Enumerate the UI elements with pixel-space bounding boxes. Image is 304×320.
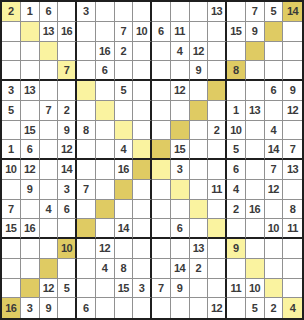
cell-r12c7[interactable]: 14 — [115, 219, 134, 239]
cell-r1c10[interactable] — [171, 2, 190, 22]
cell-r5c5[interactable] — [77, 81, 96, 101]
cell-r15c16[interactable] — [283, 279, 302, 299]
cell-r16c10[interactable] — [171, 298, 190, 318]
cell-r11c7[interactable] — [115, 200, 134, 220]
cell-r3c10[interactable]: 4 — [171, 42, 190, 62]
cell-r3c3[interactable] — [40, 42, 59, 62]
cell-r3c11[interactable]: 12 — [190, 42, 209, 62]
cell-r5c10[interactable]: 12 — [171, 81, 190, 101]
cell-r14c3[interactable] — [40, 259, 59, 279]
cell-r9c7[interactable]: 16 — [115, 160, 134, 180]
cell-r13c11[interactable]: 13 — [190, 239, 209, 259]
cell-r4c10[interactable] — [171, 61, 190, 81]
cell-r6c10[interactable] — [171, 101, 190, 121]
cell-r3c14[interactable] — [246, 42, 265, 62]
cell-r9c6[interactable] — [96, 160, 115, 180]
cell-r3c4[interactable] — [58, 42, 77, 62]
cell-r6c15[interactable] — [265, 101, 284, 121]
cell-r1c1[interactable]: 2 — [2, 2, 21, 22]
cell-r3c5[interactable] — [77, 42, 96, 62]
cell-r15c6[interactable] — [96, 279, 115, 299]
cell-r10c12[interactable]: 11 — [208, 180, 227, 200]
cell-r10c5[interactable]: 7 — [77, 180, 96, 200]
cell-r14c1[interactable] — [2, 259, 21, 279]
cell-r1c5[interactable]: 3 — [77, 2, 96, 22]
cell-r9c14[interactable] — [246, 160, 265, 180]
cell-r9c4[interactable]: 14 — [58, 160, 77, 180]
cell-r14c8[interactable] — [133, 259, 152, 279]
cell-r6c5[interactable] — [77, 101, 96, 121]
cell-r15c3[interactable]: 12 — [40, 279, 59, 299]
cell-r7c1[interactable] — [2, 121, 21, 141]
cell-r2c4[interactable]: 16 — [58, 22, 77, 42]
cell-r10c3[interactable] — [40, 180, 59, 200]
cell-r12c15[interactable]: 10 — [265, 219, 284, 239]
cell-r9c2[interactable]: 12 — [21, 160, 40, 180]
cell-r11c2[interactable] — [21, 200, 40, 220]
cell-r16c16[interactable]: 4 — [283, 298, 302, 318]
cell-r12c16[interactable]: 11 — [283, 219, 302, 239]
cell-r8c16[interactable]: 7 — [283, 140, 302, 160]
cell-r7c5[interactable]: 8 — [77, 121, 96, 141]
cell-r5c2[interactable]: 13 — [21, 81, 40, 101]
cell-r1c9[interactable] — [152, 2, 171, 22]
cell-r13c9[interactable] — [152, 239, 171, 259]
cell-r2c1[interactable] — [2, 22, 21, 42]
cell-r9c3[interactable] — [40, 160, 59, 180]
cell-r3c1[interactable] — [2, 42, 21, 62]
cell-r14c16[interactable] — [283, 259, 302, 279]
sudoku-board: 2163137514131671061115916241276983135126… — [0, 0, 304, 320]
cell-r2c10[interactable]: 11 — [171, 22, 190, 42]
cell-r14c13[interactable] — [227, 259, 246, 279]
cell-r4c5[interactable] — [77, 61, 96, 81]
cell-r12c9[interactable] — [152, 219, 171, 239]
cell-r16c7[interactable] — [115, 298, 134, 318]
cell-r8c5[interactable] — [77, 140, 96, 160]
cell-r2c11[interactable] — [190, 22, 209, 42]
cell-r4c6[interactable]: 6 — [96, 61, 115, 81]
cell-r11c6[interactable] — [96, 200, 115, 220]
cell-r11c15[interactable] — [265, 200, 284, 220]
cell-r6c13[interactable]: 1 — [227, 101, 246, 121]
cell-r16c13[interactable] — [227, 298, 246, 318]
cell-r5c4[interactable] — [58, 81, 77, 101]
cell-r6c9[interactable] — [152, 101, 171, 121]
cell-r2c5[interactable] — [77, 22, 96, 42]
cell-r5c8[interactable] — [133, 81, 152, 101]
cell-r14c7[interactable]: 8 — [115, 259, 134, 279]
cell-r4c13[interactable]: 8 — [227, 61, 246, 81]
cell-r5c1[interactable]: 3 — [2, 81, 21, 101]
cell-r11c1[interactable]: 7 — [2, 200, 21, 220]
cell-r16c14[interactable]: 5 — [246, 298, 265, 318]
cell-r8c4[interactable]: 12 — [58, 140, 77, 160]
cell-r5c9[interactable] — [152, 81, 171, 101]
cell-r4c12[interactable] — [208, 61, 227, 81]
cell-r16c9[interactable] — [152, 298, 171, 318]
cell-r15c2[interactable] — [21, 279, 40, 299]
cell-r12c11[interactable] — [190, 219, 209, 239]
cell-r3c2[interactable] — [21, 42, 40, 62]
cell-r4c14[interactable] — [246, 61, 265, 81]
cell-r12c5[interactable] — [77, 219, 96, 239]
cell-r11c13[interactable]: 2 — [227, 200, 246, 220]
cell-r6c11[interactable] — [190, 101, 209, 121]
cell-r16c11[interactable] — [190, 298, 209, 318]
cell-r9c11[interactable] — [190, 160, 209, 180]
cell-r8c15[interactable]: 14 — [265, 140, 284, 160]
cell-r3c15[interactable] — [265, 42, 284, 62]
cell-r16c12[interactable]: 12 — [208, 298, 227, 318]
cell-r8c1[interactable]: 1 — [2, 140, 21, 160]
cell-r15c14[interactable]: 10 — [246, 279, 265, 299]
cell-r16c4[interactable] — [58, 298, 77, 318]
cell-r9c16[interactable]: 13 — [283, 160, 302, 180]
cell-r4c11[interactable]: 9 — [190, 61, 209, 81]
cell-r4c2[interactable] — [21, 61, 40, 81]
cell-r11c11[interactable] — [190, 200, 209, 220]
cell-r10c4[interactable]: 3 — [58, 180, 77, 200]
cell-r13c7[interactable] — [115, 239, 134, 259]
cell-r13c6[interactable]: 12 — [96, 239, 115, 259]
cell-r14c2[interactable] — [21, 259, 40, 279]
cell-r6c7[interactable] — [115, 101, 134, 121]
cell-r13c13[interactable]: 9 — [227, 239, 246, 259]
cell-r1c13[interactable] — [227, 2, 246, 22]
cell-r11c10[interactable] — [171, 200, 190, 220]
cell-r2c12[interactable] — [208, 22, 227, 42]
cell-r13c4[interactable]: 10 — [58, 239, 77, 259]
cell-r3c13[interactable] — [227, 42, 246, 62]
cell-r8c6[interactable] — [96, 140, 115, 160]
cell-r10c6[interactable] — [96, 180, 115, 200]
cell-r16c2[interactable]: 3 — [21, 298, 40, 318]
cell-r15c1[interactable] — [2, 279, 21, 299]
cell-r11c14[interactable]: 16 — [246, 200, 265, 220]
cell-r15c15[interactable] — [265, 279, 284, 299]
cell-r14c6[interactable]: 4 — [96, 259, 115, 279]
cell-r15c12[interactable] — [208, 279, 227, 299]
cell-r12c4[interactable] — [58, 219, 77, 239]
cell-r11c4[interactable]: 6 — [58, 200, 77, 220]
cell-r7c16[interactable] — [283, 121, 302, 141]
cell-r7c2[interactable]: 15 — [21, 121, 40, 141]
cell-r15c13[interactable]: 11 — [227, 279, 246, 299]
cell-r9c13[interactable]: 6 — [227, 160, 246, 180]
cell-r12c10[interactable]: 6 — [171, 219, 190, 239]
cell-r6c14[interactable]: 13 — [246, 101, 265, 121]
cell-r5c12[interactable] — [208, 81, 227, 101]
cell-r14c14[interactable] — [246, 259, 265, 279]
cell-r14c15[interactable] — [265, 259, 284, 279]
cell-r16c3[interactable]: 9 — [40, 298, 59, 318]
cell-r1c6[interactable] — [96, 2, 115, 22]
cell-r1c3[interactable]: 6 — [40, 2, 59, 22]
cell-r8c10[interactable]: 15 — [171, 140, 190, 160]
cell-r2c6[interactable] — [96, 22, 115, 42]
cell-r11c8[interactable] — [133, 200, 152, 220]
cell-r4c15[interactable] — [265, 61, 284, 81]
cell-r8c12[interactable] — [208, 140, 227, 160]
cell-r11c5[interactable] — [77, 200, 96, 220]
cell-r16c8[interactable] — [133, 298, 152, 318]
cell-r8c14[interactable] — [246, 140, 265, 160]
cell-r2c8[interactable]: 10 — [133, 22, 152, 42]
cell-r7c8[interactable] — [133, 121, 152, 141]
cell-r15c5[interactable] — [77, 279, 96, 299]
cell-r3c16[interactable] — [283, 42, 302, 62]
cell-r14c4[interactable] — [58, 259, 77, 279]
cell-r10c9[interactable] — [152, 180, 171, 200]
cell-r16c6[interactable] — [96, 298, 115, 318]
cell-r14c5[interactable] — [77, 259, 96, 279]
cell-r3c8[interactable] — [133, 42, 152, 62]
cell-r1c7[interactable] — [115, 2, 134, 22]
cell-r5c13[interactable] — [227, 81, 246, 101]
cell-r5c3[interactable] — [40, 81, 59, 101]
cell-r3c9[interactable] — [152, 42, 171, 62]
cell-r10c13[interactable]: 4 — [227, 180, 246, 200]
cell-r10c16[interactable] — [283, 180, 302, 200]
cell-r2c7[interactable]: 7 — [115, 22, 134, 42]
cell-r5c14[interactable] — [246, 81, 265, 101]
cell-r8c8[interactable] — [133, 140, 152, 160]
cell-r13c2[interactable] — [21, 239, 40, 259]
cell-r12c3[interactable] — [40, 219, 59, 239]
cell-r8c7[interactable]: 4 — [115, 140, 134, 160]
cell-r13c15[interactable] — [265, 239, 284, 259]
cell-r9c10[interactable]: 3 — [171, 160, 190, 180]
cell-r4c1[interactable] — [2, 61, 21, 81]
cell-r15c4[interactable]: 5 — [58, 279, 77, 299]
cell-r2c16[interactable] — [283, 22, 302, 42]
cell-r6c3[interactable]: 7 — [40, 101, 59, 121]
cell-r9c5[interactable] — [77, 160, 96, 180]
cell-r14c9[interactable] — [152, 259, 171, 279]
cell-r12c6[interactable] — [96, 219, 115, 239]
cell-r7c14[interactable] — [246, 121, 265, 141]
cell-r2c2[interactable] — [21, 22, 40, 42]
cell-r6c8[interactable] — [133, 101, 152, 121]
cell-r15c8[interactable]: 3 — [133, 279, 152, 299]
cell-r13c5[interactable] — [77, 239, 96, 259]
cell-r1c2[interactable]: 1 — [21, 2, 40, 22]
cell-r13c8[interactable] — [133, 239, 152, 259]
cell-r10c8[interactable] — [133, 180, 152, 200]
cell-r15c10[interactable]: 9 — [171, 279, 190, 299]
cell-r14c12[interactable] — [208, 259, 227, 279]
cell-r10c10[interactable] — [171, 180, 190, 200]
cell-r10c2[interactable]: 9 — [21, 180, 40, 200]
cell-r7c3[interactable] — [40, 121, 59, 141]
cell-r6c6[interactable] — [96, 101, 115, 121]
cell-r15c9[interactable]: 7 — [152, 279, 171, 299]
cell-r7c6[interactable] — [96, 121, 115, 141]
cell-r6c12[interactable] — [208, 101, 227, 121]
cell-r4c4[interactable]: 7 — [58, 61, 77, 81]
cell-r2c13[interactable]: 15 — [227, 22, 246, 42]
cell-r11c16[interactable]: 8 — [283, 200, 302, 220]
cell-r6c16[interactable]: 12 — [283, 101, 302, 121]
cell-r14c10[interactable]: 14 — [171, 259, 190, 279]
cell-r7c9[interactable] — [152, 121, 171, 141]
cell-r4c9[interactable] — [152, 61, 171, 81]
cell-r7c11[interactable] — [190, 121, 209, 141]
cell-r2c15[interactable] — [265, 22, 284, 42]
cell-r9c15[interactable]: 7 — [265, 160, 284, 180]
cell-r16c15[interactable]: 2 — [265, 298, 284, 318]
cell-r2c14[interactable]: 9 — [246, 22, 265, 42]
cell-r9c9[interactable] — [152, 160, 171, 180]
cell-r12c13[interactable] — [227, 219, 246, 239]
cell-r12c2[interactable]: 16 — [21, 219, 40, 239]
cell-r10c7[interactable] — [115, 180, 134, 200]
cell-r5c7[interactable]: 5 — [115, 81, 134, 101]
cell-r12c12[interactable] — [208, 219, 227, 239]
cell-r4c7[interactable] — [115, 61, 134, 81]
cell-r1c16[interactable]: 14 — [283, 2, 302, 22]
cell-r14c11[interactable]: 2 — [190, 259, 209, 279]
cell-r7c4[interactable]: 9 — [58, 121, 77, 141]
cell-r16c1[interactable]: 16 — [2, 298, 21, 318]
cell-r1c12[interactable]: 13 — [208, 2, 227, 22]
cell-r2c9[interactable]: 6 — [152, 22, 171, 42]
cell-r4c16[interactable] — [283, 61, 302, 81]
cell-r9c12[interactable] — [208, 160, 227, 180]
cell-r15c7[interactable]: 15 — [115, 279, 134, 299]
cell-r8c2[interactable]: 6 — [21, 140, 40, 160]
cell-r13c3[interactable] — [40, 239, 59, 259]
cell-r7c15[interactable]: 4 — [265, 121, 284, 141]
cell-r16c5[interactable]: 6 — [77, 298, 96, 318]
cell-r12c14[interactable] — [246, 219, 265, 239]
cell-r7c13[interactable]: 10 — [227, 121, 246, 141]
cell-r10c11[interactable] — [190, 180, 209, 200]
cell-r8c3[interactable] — [40, 140, 59, 160]
cell-r1c14[interactable]: 7 — [246, 2, 265, 22]
cell-r9c1[interactable]: 10 — [2, 160, 21, 180]
cell-r1c15[interactable]: 5 — [265, 2, 284, 22]
cell-r1c8[interactable] — [133, 2, 152, 22]
cell-r6c4[interactable]: 2 — [58, 101, 77, 121]
cell-r12c8[interactable] — [133, 219, 152, 239]
cell-r4c8[interactable] — [133, 61, 152, 81]
cell-r13c1[interactable] — [2, 239, 21, 259]
cell-r3c7[interactable]: 2 — [115, 42, 134, 62]
cell-r11c12[interactable] — [208, 200, 227, 220]
cell-r10c15[interactable]: 12 — [265, 180, 284, 200]
cell-r11c3[interactable]: 4 — [40, 200, 59, 220]
cell-r7c10[interactable] — [171, 121, 190, 141]
cell-r1c11[interactable] — [190, 2, 209, 22]
cell-r5c11[interactable] — [190, 81, 209, 101]
cell-r7c7[interactable] — [115, 121, 134, 141]
cell-r13c16[interactable] — [283, 239, 302, 259]
cell-r13c10[interactable] — [171, 239, 190, 259]
cell-r4c3[interactable] — [40, 61, 59, 81]
cell-r7c12[interactable]: 2 — [208, 121, 227, 141]
cell-r8c9[interactable] — [152, 140, 171, 160]
cell-r6c1[interactable]: 5 — [2, 101, 21, 121]
cell-r13c14[interactable] — [246, 239, 265, 259]
cell-r5c15[interactable]: 6 — [265, 81, 284, 101]
cell-r8c13[interactable]: 5 — [227, 140, 246, 160]
cell-r1c4[interactable] — [58, 2, 77, 22]
cell-r12c1[interactable]: 15 — [2, 219, 21, 239]
cell-r3c12[interactable] — [208, 42, 227, 62]
cell-r2c3[interactable]: 13 — [40, 22, 59, 42]
cell-r10c1[interactable] — [2, 180, 21, 200]
cell-r8c11[interactable] — [190, 140, 209, 160]
cell-r11c9[interactable] — [152, 200, 171, 220]
cell-r13c12[interactable] — [208, 239, 227, 259]
cell-r6c2[interactable] — [21, 101, 40, 121]
cell-r9c8[interactable] — [133, 160, 152, 180]
cell-r10c14[interactable] — [246, 180, 265, 200]
cell-r15c11[interactable] — [190, 279, 209, 299]
cell-r5c6[interactable] — [96, 81, 115, 101]
cell-r3c6[interactable]: 16 — [96, 42, 115, 62]
cell-r5c16[interactable]: 9 — [283, 81, 302, 101]
